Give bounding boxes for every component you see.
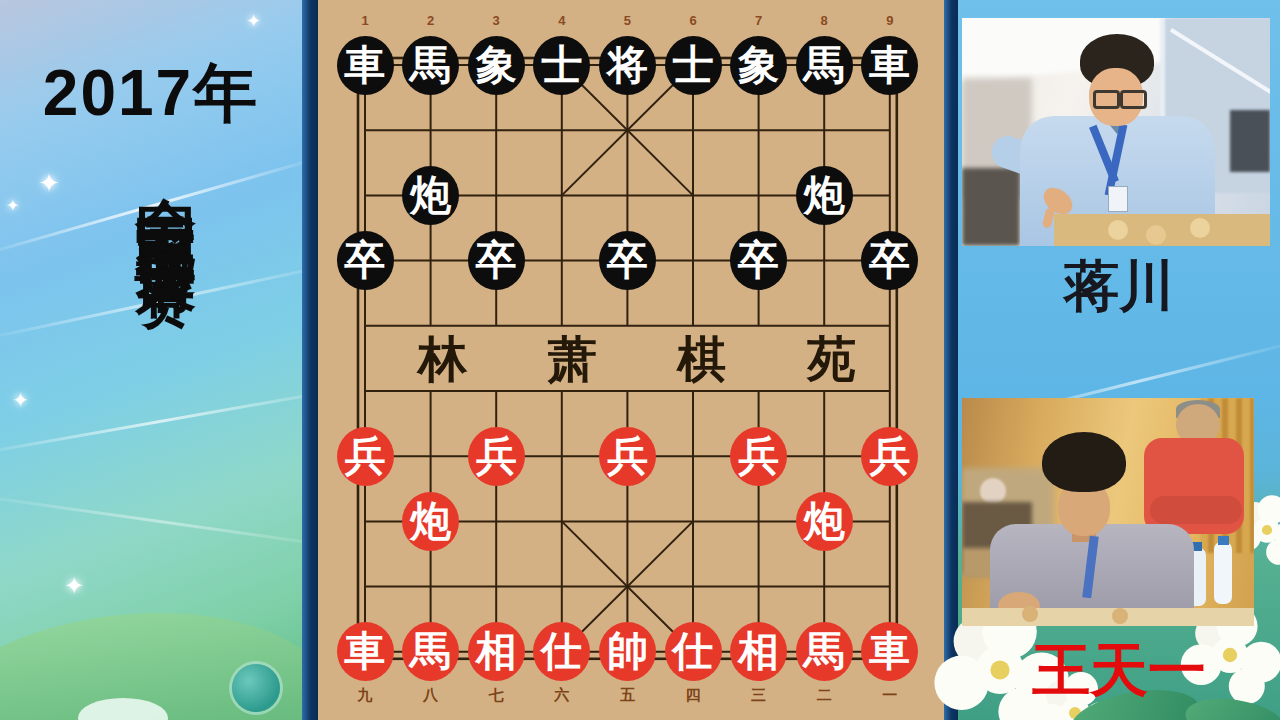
file-label-bottom: 九 [352,686,378,705]
river-character: 萧 [548,327,597,393]
piece-red-advisor: 仕 [665,622,722,681]
player-name-bottom: 王天一 [958,632,1280,710]
sparkle-icon: ✦ [246,10,261,32]
chair-blur [962,168,1020,246]
xiangqi-board: 林萧棋苑 123456789九八七六五四三二一車馬象士将士象馬車炮炮卒卒卒卒卒兵… [318,0,944,720]
piece-red-rook: 車 [861,622,918,681]
event-title-vertical: 全国冠军邀请赛 [134,148,198,688]
piece-red-cannon: 炮 [402,492,459,551]
player-name-top: 蒋川 [958,250,1280,324]
divider-right [944,0,958,720]
event-year: 2017年 [0,50,302,137]
piece-red-soldier: 兵 [599,427,656,486]
photo-wang-tianyi [962,398,1254,626]
file-label-top: 6 [681,13,705,28]
chess-piece-blur [1190,218,1210,238]
piece-red-soldier: 兵 [468,427,525,486]
piece-black-horse: 馬 [796,36,853,95]
piece-black-advisor: 士 [533,36,590,95]
piece-black-soldier: 卒 [730,231,787,290]
file-label-top: 4 [550,13,574,28]
piece-red-soldier: 兵 [861,427,918,486]
water-bottle [1214,542,1232,604]
sparkle-icon: ✦ [12,388,29,412]
river-text: 林萧棋苑 [418,331,856,389]
piece-red-horse: 馬 [796,622,853,681]
piece-red-rook: 車 [337,622,394,681]
glasses [1093,90,1120,109]
piece-black-soldier: 卒 [599,231,656,290]
piece-black-rook: 車 [861,36,918,95]
divider-left [302,0,318,720]
monitor-blur [1230,110,1270,172]
glasses [1120,90,1147,109]
sparkle-icon: ✦ [6,196,19,215]
file-label-bottom: 六 [549,686,575,705]
file-label-top: 5 [615,13,639,28]
river-character: 苑 [807,327,856,393]
piece-red-elephant: 相 [468,622,525,681]
sparkle-icon: ✦ [38,168,60,199]
file-label-bottom: 四 [680,686,706,705]
file-label-bottom: 七 [483,686,509,705]
piece-black-cannon: 炮 [796,166,853,225]
piece-black-soldier: 卒 [468,231,525,290]
person-hair [1042,432,1126,492]
file-label-top: 3 [484,13,508,28]
chess-piece-blur [1112,608,1128,624]
piece-black-soldier: 卒 [861,231,918,290]
bottle-cap [1218,536,1229,545]
badge [1108,186,1128,212]
piece-red-soldier: 兵 [730,427,787,486]
river-character: 棋 [677,327,726,393]
piece-black-advisor: 士 [665,36,722,95]
piece-black-horse: 馬 [402,36,459,95]
file-label-top: 1 [353,13,377,28]
piece-black-soldier: 卒 [337,231,394,290]
flower-decoration [1254,517,1280,543]
chess-piece-blur [1022,606,1038,622]
piece-red-soldier: 兵 [337,427,394,486]
bystander-arm [1150,496,1242,524]
piece-black-elephant: 象 [730,36,787,95]
chess-piece-blur [1108,220,1128,240]
piece-black-rook: 車 [337,36,394,95]
event-title-panel: ✦ ✦ ✦ ✦ ✦ 2017年 全国冠军邀请赛 [0,0,302,720]
file-label-bottom: 一 [877,686,903,705]
crowd-head [980,478,1006,504]
circle-decoration [232,664,280,712]
file-label-top: 9 [878,13,902,28]
piece-red-cannon: 炮 [796,492,853,551]
piece-black-elephant: 象 [468,36,525,95]
file-label-top: 7 [747,13,771,28]
piece-red-king: 帥 [599,622,656,681]
file-label-bottom: 八 [418,686,444,705]
chess-table [962,608,1254,626]
file-label-bottom: 五 [614,686,640,705]
piece-red-elephant: 相 [730,622,787,681]
file-label-bottom: 三 [746,686,772,705]
sparkle-icon: ✦ [64,572,84,600]
piece-red-horse: 馬 [402,622,459,681]
file-label-top: 2 [419,13,443,28]
piece-red-advisor: 仕 [533,622,590,681]
chess-piece-blur [1146,225,1166,245]
file-label-top: 8 [812,13,836,28]
video-thumbnail: ✦ ✦ ✦ ✦ ✦ 2017年 全国冠军邀请赛 林萧棋苑 123456789九八… [0,0,1280,720]
piece-black-cannon: 炮 [402,166,459,225]
file-label-bottom: 二 [811,686,837,705]
river-character: 林 [418,327,467,393]
photo-jiang-chuan [962,18,1270,246]
piece-black-general: 将 [599,36,656,95]
